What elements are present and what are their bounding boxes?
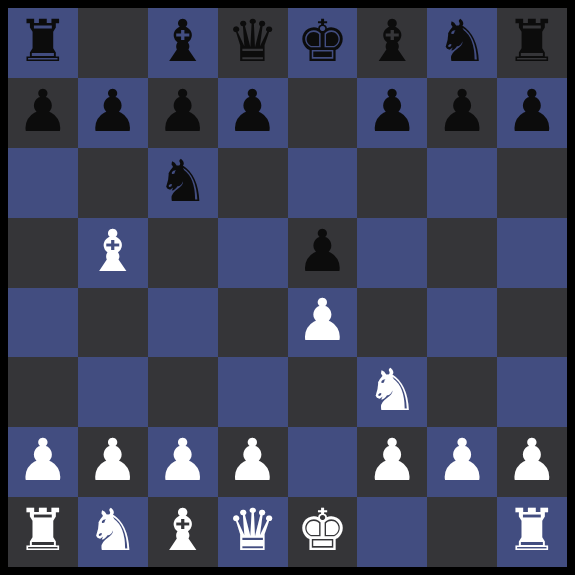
square-f1[interactable] [357, 497, 427, 567]
square-c8[interactable]: ♝ [148, 8, 218, 78]
square-f8[interactable]: ♝ [357, 8, 427, 78]
piece-black-king[interactable]: ♚ [296, 12, 348, 70]
piece-white-knight[interactable]: ♞ [87, 501, 139, 559]
piece-white-bishop[interactable]: ♝ [87, 222, 139, 280]
square-e1[interactable]: ♚ [288, 497, 358, 567]
piece-white-bishop[interactable]: ♝ [157, 501, 209, 559]
square-g2[interactable]: ♟ [427, 427, 497, 497]
square-h1[interactable]: ♜ [497, 497, 567, 567]
square-e7[interactable] [288, 78, 358, 148]
square-d8[interactable]: ♛ [218, 8, 288, 78]
piece-black-knight[interactable]: ♞ [157, 152, 209, 210]
square-f7[interactable]: ♟ [357, 78, 427, 148]
piece-black-pawn[interactable]: ♟ [87, 82, 139, 140]
square-d3[interactable] [218, 357, 288, 427]
chess-board: ♜♝♛♚♝♞♜♟♟♟♟♟♟♟♞♝♟♟♞♟♟♟♟♟♟♟♜♞♝♛♚♜ [8, 8, 567, 567]
piece-black-queen[interactable]: ♛ [227, 12, 279, 70]
square-a4[interactable] [8, 288, 78, 358]
square-b5[interactable]: ♝ [78, 218, 148, 288]
square-h4[interactable] [497, 288, 567, 358]
piece-white-rook[interactable]: ♜ [506, 501, 558, 559]
square-c3[interactable] [148, 357, 218, 427]
piece-black-pawn[interactable]: ♟ [157, 82, 209, 140]
piece-black-knight[interactable]: ♞ [436, 12, 488, 70]
square-e6[interactable] [288, 148, 358, 218]
piece-black-pawn[interactable]: ♟ [436, 82, 488, 140]
square-a6[interactable] [8, 148, 78, 218]
piece-white-pawn[interactable]: ♟ [296, 291, 348, 349]
square-a8[interactable]: ♜ [8, 8, 78, 78]
square-b3[interactable] [78, 357, 148, 427]
square-f3[interactable]: ♞ [357, 357, 427, 427]
square-g6[interactable] [427, 148, 497, 218]
piece-black-pawn[interactable]: ♟ [227, 82, 279, 140]
square-e4[interactable]: ♟ [288, 288, 358, 358]
square-d1[interactable]: ♛ [218, 497, 288, 567]
square-g4[interactable] [427, 288, 497, 358]
square-a2[interactable]: ♟ [8, 427, 78, 497]
piece-black-pawn[interactable]: ♟ [506, 82, 558, 140]
square-d7[interactable]: ♟ [218, 78, 288, 148]
square-f6[interactable] [357, 148, 427, 218]
square-c1[interactable]: ♝ [148, 497, 218, 567]
square-f5[interactable] [357, 218, 427, 288]
square-e3[interactable] [288, 357, 358, 427]
square-h3[interactable] [497, 357, 567, 427]
piece-white-pawn[interactable]: ♟ [17, 431, 69, 489]
square-b7[interactable]: ♟ [78, 78, 148, 148]
square-h6[interactable] [497, 148, 567, 218]
square-a3[interactable] [8, 357, 78, 427]
square-c4[interactable] [148, 288, 218, 358]
square-h8[interactable]: ♜ [497, 8, 567, 78]
square-g7[interactable]: ♟ [427, 78, 497, 148]
piece-white-pawn[interactable]: ♟ [506, 431, 558, 489]
piece-black-bishop[interactable]: ♝ [157, 12, 209, 70]
square-b1[interactable]: ♞ [78, 497, 148, 567]
square-f2[interactable]: ♟ [357, 427, 427, 497]
square-a7[interactable]: ♟ [8, 78, 78, 148]
square-g8[interactable]: ♞ [427, 8, 497, 78]
square-b4[interactable] [78, 288, 148, 358]
piece-white-pawn[interactable]: ♟ [87, 431, 139, 489]
piece-white-rook[interactable]: ♜ [17, 501, 69, 559]
square-h2[interactable]: ♟ [497, 427, 567, 497]
square-b6[interactable] [78, 148, 148, 218]
square-d2[interactable]: ♟ [218, 427, 288, 497]
square-c5[interactable] [148, 218, 218, 288]
square-g5[interactable] [427, 218, 497, 288]
square-d4[interactable] [218, 288, 288, 358]
square-d6[interactable] [218, 148, 288, 218]
piece-white-pawn[interactable]: ♟ [436, 431, 488, 489]
piece-white-pawn[interactable]: ♟ [366, 431, 418, 489]
square-e8[interactable]: ♚ [288, 8, 358, 78]
piece-white-knight[interactable]: ♞ [366, 361, 418, 419]
square-b8[interactable] [78, 8, 148, 78]
piece-white-king[interactable]: ♚ [296, 501, 348, 559]
square-d5[interactable] [218, 218, 288, 288]
square-h5[interactable] [497, 218, 567, 288]
square-b2[interactable]: ♟ [78, 427, 148, 497]
square-a1[interactable]: ♜ [8, 497, 78, 567]
square-g1[interactable] [427, 497, 497, 567]
piece-white-queen[interactable]: ♛ [227, 501, 279, 559]
piece-black-pawn[interactable]: ♟ [296, 222, 348, 280]
piece-black-rook[interactable]: ♜ [17, 12, 69, 70]
square-e2[interactable] [288, 427, 358, 497]
square-c6[interactable]: ♞ [148, 148, 218, 218]
square-c2[interactable]: ♟ [148, 427, 218, 497]
square-e5[interactable]: ♟ [288, 218, 358, 288]
square-f4[interactable] [357, 288, 427, 358]
piece-black-bishop[interactable]: ♝ [366, 12, 418, 70]
square-g3[interactable] [427, 357, 497, 427]
square-h7[interactable]: ♟ [497, 78, 567, 148]
board-frame: ♜♝♛♚♝♞♜♟♟♟♟♟♟♟♞♝♟♟♞♟♟♟♟♟♟♟♜♞♝♛♚♜ [0, 0, 575, 575]
piece-black-rook[interactable]: ♜ [506, 12, 558, 70]
piece-black-pawn[interactable]: ♟ [366, 82, 418, 140]
square-a5[interactable] [8, 218, 78, 288]
piece-white-pawn[interactable]: ♟ [157, 431, 209, 489]
piece-black-pawn[interactable]: ♟ [17, 82, 69, 140]
piece-white-pawn[interactable]: ♟ [227, 431, 279, 489]
square-c7[interactable]: ♟ [148, 78, 218, 148]
